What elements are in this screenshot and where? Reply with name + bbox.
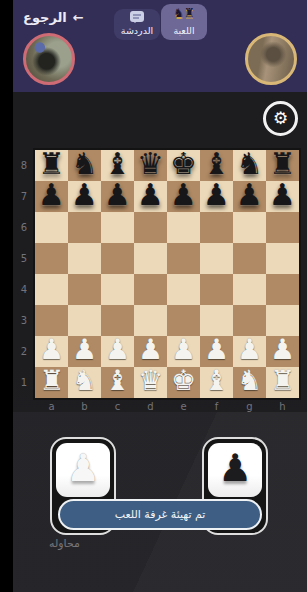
piece-white-pawn[interactable]: ♟ bbox=[204, 336, 229, 364]
piece-black-pawn[interactable]: ♟ bbox=[137, 180, 164, 210]
square-h4[interactable] bbox=[266, 274, 299, 305]
square-h2[interactable]: ♟ bbox=[266, 336, 299, 367]
square-c2[interactable]: ♟ bbox=[101, 336, 134, 367]
square-d3[interactable] bbox=[134, 305, 167, 336]
status-banner-text: تم تهيئة غرفة اللعب bbox=[115, 508, 206, 521]
black-pawn-icon: ♟ bbox=[218, 449, 252, 487]
square-e6[interactable] bbox=[167, 212, 200, 243]
square-g1[interactable]: ♞ bbox=[233, 367, 266, 398]
tab-game-label: اللعبة bbox=[173, 25, 194, 36]
white-pawn-box: ♟ bbox=[56, 443, 110, 497]
square-g5[interactable] bbox=[233, 243, 266, 274]
square-b1[interactable]: ♞ bbox=[68, 367, 101, 398]
square-c4[interactable] bbox=[101, 274, 134, 305]
square-b3[interactable] bbox=[68, 305, 101, 336]
back-arrow-icon: ← bbox=[73, 10, 84, 25]
square-b5[interactable] bbox=[68, 243, 101, 274]
piece-white-pawn[interactable]: ♟ bbox=[39, 336, 64, 364]
square-g3[interactable] bbox=[233, 305, 266, 336]
square-g6[interactable] bbox=[233, 212, 266, 243]
square-f3[interactable] bbox=[200, 305, 233, 336]
piece-white-pawn[interactable]: ♟ bbox=[171, 336, 196, 364]
chess-board: ♜♞♝♛♚♝♞♜♟♟♟♟♟♟♟♟♟♟♟♟♟♟♟♟♜♞♝♛♚♝♞♜ bbox=[35, 150, 299, 398]
square-c6[interactable] bbox=[101, 212, 134, 243]
square-f6[interactable] bbox=[200, 212, 233, 243]
rank-label-7: 7 bbox=[17, 181, 31, 212]
piece-black-pawn[interactable]: ♟ bbox=[203, 180, 230, 210]
piece-black-rook[interactable]: ♜ bbox=[269, 149, 296, 179]
square-c7[interactable]: ♟ bbox=[101, 181, 134, 212]
square-f7[interactable]: ♟ bbox=[200, 181, 233, 212]
file-label-a: a bbox=[35, 398, 68, 415]
square-g2[interactable]: ♟ bbox=[233, 336, 266, 367]
tab-chat-label: الدردشة bbox=[121, 25, 153, 36]
tab-game[interactable]: ♞♜ اللعبة bbox=[161, 4, 207, 40]
square-e1[interactable]: ♚ bbox=[167, 367, 200, 398]
chat-bubble-icon bbox=[130, 11, 144, 22]
file-label-c: c bbox=[101, 398, 134, 415]
piece-white-bishop[interactable]: ♝ bbox=[204, 367, 229, 395]
header: الرجوع ← الدردشة ♞♜ اللعبة bbox=[13, 0, 307, 92]
black-pawn-box: ♟ bbox=[208, 443, 262, 497]
rank-label-4: 4 bbox=[17, 274, 31, 305]
status-banner: تم تهيئة غرفة اللعب bbox=[58, 499, 262, 530]
rank-label-1: 1 bbox=[17, 367, 31, 398]
piece-white-queen[interactable]: ♛ bbox=[138, 367, 163, 395]
piece-white-pawn[interactable]: ♟ bbox=[72, 336, 97, 364]
piece-white-pawn[interactable]: ♟ bbox=[138, 336, 163, 364]
piece-white-pawn[interactable]: ♟ bbox=[270, 336, 295, 364]
square-e5[interactable] bbox=[167, 243, 200, 274]
square-d2[interactable]: ♟ bbox=[134, 336, 167, 367]
file-label-e: e bbox=[167, 398, 200, 415]
back-label: الرجوع bbox=[23, 10, 67, 25]
piece-black-pawn[interactable]: ♟ bbox=[269, 180, 296, 210]
file-labels: abcdefgh bbox=[35, 398, 299, 415]
piece-white-rook[interactable]: ♜ bbox=[270, 367, 295, 395]
square-d7[interactable]: ♟ bbox=[134, 181, 167, 212]
piece-black-bishop[interactable]: ♝ bbox=[104, 149, 131, 179]
square-c1[interactable]: ♝ bbox=[101, 367, 134, 398]
rank-labels: 87654321 bbox=[17, 150, 31, 398]
square-a6[interactable] bbox=[35, 212, 68, 243]
piece-white-pawn[interactable]: ♟ bbox=[237, 336, 262, 364]
square-a2[interactable]: ♟ bbox=[35, 336, 68, 367]
piece-black-pawn[interactable]: ♟ bbox=[71, 180, 98, 210]
file-label-b: b bbox=[68, 398, 101, 415]
square-a3[interactable] bbox=[35, 305, 68, 336]
piece-black-rook[interactable]: ♜ bbox=[38, 149, 65, 179]
gear-icon: ⚙ bbox=[273, 110, 288, 127]
rank-label-6: 6 bbox=[17, 212, 31, 243]
square-e7[interactable]: ♟ bbox=[167, 181, 200, 212]
rank-label-2: 2 bbox=[17, 336, 31, 367]
file-label-f: f bbox=[200, 398, 233, 415]
square-a1[interactable]: ♜ bbox=[35, 367, 68, 398]
square-e3[interactable] bbox=[167, 305, 200, 336]
square-d1[interactable]: ♛ bbox=[134, 367, 167, 398]
file-label-d: d bbox=[134, 398, 167, 415]
file-label-g: g bbox=[233, 398, 266, 415]
square-h3[interactable] bbox=[266, 305, 299, 336]
square-h7[interactable]: ♟ bbox=[266, 181, 299, 212]
rank-label-8: 8 bbox=[17, 150, 31, 181]
player-avatar-left[interactable] bbox=[23, 33, 75, 85]
app-screen: الرجوع ← الدردشة ♞♜ اللعبة ⚙ 87654321 ♜♞… bbox=[13, 0, 307, 592]
square-a4[interactable] bbox=[35, 274, 68, 305]
square-g7[interactable]: ♟ bbox=[233, 181, 266, 212]
square-h6[interactable] bbox=[266, 212, 299, 243]
square-h5[interactable] bbox=[266, 243, 299, 274]
square-a7[interactable]: ♟ bbox=[35, 181, 68, 212]
square-a5[interactable] bbox=[35, 243, 68, 274]
attempt-label: محاوله bbox=[49, 537, 80, 550]
square-g4[interactable] bbox=[233, 274, 266, 305]
piece-black-pawn[interactable]: ♟ bbox=[104, 180, 131, 210]
square-c5[interactable] bbox=[101, 243, 134, 274]
back-button[interactable]: الرجوع ← bbox=[23, 10, 84, 25]
square-f1[interactable]: ♝ bbox=[200, 367, 233, 398]
square-d4[interactable] bbox=[134, 274, 167, 305]
piece-black-knight[interactable]: ♞ bbox=[236, 149, 263, 179]
chess-pieces-icon: ♞♜ bbox=[173, 7, 195, 22]
file-label-h: h bbox=[266, 398, 299, 415]
piece-white-bishop[interactable]: ♝ bbox=[105, 367, 130, 395]
square-e2[interactable]: ♟ bbox=[167, 336, 200, 367]
rank-label-5: 5 bbox=[17, 243, 31, 274]
square-d5[interactable] bbox=[134, 243, 167, 274]
square-d6[interactable] bbox=[134, 212, 167, 243]
piece-black-king[interactable]: ♚ bbox=[170, 149, 197, 179]
square-b6[interactable] bbox=[68, 212, 101, 243]
piece-black-knight[interactable]: ♞ bbox=[71, 149, 98, 179]
rank-label-3: 3 bbox=[17, 305, 31, 336]
square-f4[interactable] bbox=[200, 274, 233, 305]
square-f2[interactable]: ♟ bbox=[200, 336, 233, 367]
white-pawn-icon: ♟ bbox=[66, 449, 100, 487]
piece-white-knight[interactable]: ♞ bbox=[237, 367, 262, 395]
piece-black-pawn[interactable]: ♟ bbox=[170, 180, 197, 210]
square-b7[interactable]: ♟ bbox=[68, 181, 101, 212]
piece-white-king[interactable]: ♚ bbox=[171, 367, 196, 395]
piece-black-queen[interactable]: ♛ bbox=[137, 149, 164, 179]
piece-black-bishop[interactable]: ♝ bbox=[203, 149, 230, 179]
piece-white-knight[interactable]: ♞ bbox=[72, 367, 97, 395]
piece-black-pawn[interactable]: ♟ bbox=[236, 180, 263, 210]
piece-white-rook[interactable]: ♜ bbox=[39, 367, 64, 395]
settings-button[interactable]: ⚙ bbox=[263, 101, 298, 136]
square-b2[interactable]: ♟ bbox=[68, 336, 101, 367]
game-area: ⚙ 87654321 ♜♞♝♛♚♝♞♜♟♟♟♟♟♟♟♟♟♟♟♟♟♟♟♟♜♞♝♛♚… bbox=[13, 92, 307, 592]
tab-chat[interactable]: الدردشة bbox=[114, 9, 160, 40]
square-c3[interactable] bbox=[101, 305, 134, 336]
piece-black-pawn[interactable]: ♟ bbox=[38, 180, 65, 210]
piece-white-pawn[interactable]: ♟ bbox=[105, 336, 130, 364]
square-f5[interactable] bbox=[200, 243, 233, 274]
player-avatar-right[interactable] bbox=[245, 33, 297, 85]
square-e4[interactable] bbox=[167, 274, 200, 305]
square-b4[interactable] bbox=[68, 274, 101, 305]
square-h1[interactable]: ♜ bbox=[266, 367, 299, 398]
